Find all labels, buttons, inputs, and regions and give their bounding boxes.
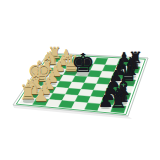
board-square <box>113 99 128 107</box>
board-square <box>111 105 126 113</box>
board-square <box>124 73 138 80</box>
board-square <box>101 98 116 106</box>
board-square <box>129 60 143 67</box>
chess-board <box>0 0 160 160</box>
board-square <box>118 86 133 94</box>
board-square <box>126 66 140 73</box>
chess-set-photo: ♜♟♟♜♞♟♟♞♝♟♛♚♟♝♟♟♛♚♟♟♝♟♟♝♞♟♟♞♜♟♟♜ <box>0 0 160 160</box>
board-square <box>98 104 114 112</box>
board-square <box>121 79 136 86</box>
board-square <box>116 92 131 100</box>
